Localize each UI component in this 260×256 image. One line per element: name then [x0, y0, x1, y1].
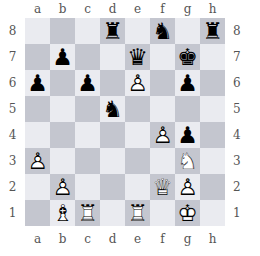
square-d8[interactable]: ♜: [100, 18, 125, 44]
file-label-bottom-e: e: [125, 232, 150, 256]
file-label-top-b: b: [50, 0, 75, 18]
square-c2[interactable]: [75, 174, 100, 200]
file-label-bottom-b: b: [50, 232, 75, 256]
square-e7[interactable]: ♛: [125, 44, 150, 70]
square-g3[interactable]: ♞♘: [175, 148, 200, 174]
square-f7[interactable]: [150, 44, 175, 70]
square-d4[interactable]: [100, 122, 125, 148]
square-b4[interactable]: [50, 122, 75, 148]
square-a1[interactable]: [25, 200, 50, 226]
square-g7[interactable]: ♚: [175, 44, 200, 70]
rank-label-right-4: 4: [225, 122, 260, 148]
square-a8[interactable]: [25, 18, 50, 44]
square-f3[interactable]: [150, 148, 175, 174]
white-piece-outline-layer: ♘: [175, 148, 200, 174]
white-piece-outline-layer: ♙: [175, 174, 200, 200]
square-c5[interactable]: [75, 96, 100, 122]
file-labels-top: abcdefgh: [0, 0, 260, 18]
rank-label-right-2: 2: [225, 174, 260, 200]
square-d2[interactable]: [100, 174, 125, 200]
rank-label-left-7: 7: [0, 44, 25, 70]
square-g4[interactable]: ♟: [175, 122, 200, 148]
square-e5[interactable]: [125, 96, 150, 122]
black-rook[interactable]: ♜: [200, 18, 225, 44]
black-knight[interactable]: ♞: [150, 18, 175, 44]
rank-labels-left: 87654321: [0, 18, 25, 226]
file-label-top-e: e: [125, 0, 150, 18]
white-piece-outline-layer: ♖: [125, 200, 150, 226]
rank-label-right-6: 6: [225, 70, 260, 96]
square-f1[interactable]: [150, 200, 175, 226]
rank-label-left-2: 2: [0, 174, 25, 200]
square-c7[interactable]: [75, 44, 100, 70]
file-label-top-f: f: [150, 0, 175, 18]
square-b3[interactable]: [50, 148, 75, 174]
white-pawn[interactable]: ♟♙: [150, 122, 175, 148]
rank-label-left-3: 3: [0, 148, 25, 174]
square-e2[interactable]: [125, 174, 150, 200]
white-pawn[interactable]: ♟♙: [25, 148, 50, 174]
square-a6[interactable]: ♟: [25, 70, 50, 96]
white-king[interactable]: ♚♔: [175, 200, 200, 226]
white-piece-outline-layer: ♙: [125, 70, 150, 96]
white-queen[interactable]: ♛♕: [150, 174, 175, 200]
square-h1[interactable]: [200, 200, 225, 226]
white-pawn[interactable]: ♟♙: [175, 174, 200, 200]
file-label-top-h: h: [200, 0, 225, 18]
square-h4[interactable]: [200, 122, 225, 148]
square-g1[interactable]: ♚♔: [175, 200, 200, 226]
white-piece-outline-layer: ♔: [175, 200, 200, 226]
rank-label-left-8: 8: [0, 18, 25, 44]
square-g5[interactable]: [175, 96, 200, 122]
square-f8[interactable]: ♞: [150, 18, 175, 44]
square-b5[interactable]: [50, 96, 75, 122]
square-d5[interactable]: ♞: [100, 96, 125, 122]
square-e8[interactable]: [125, 18, 150, 44]
square-b7[interactable]: ♟: [50, 44, 75, 70]
file-labels-bottom: abcdefgh: [0, 226, 260, 256]
black-pawn[interactable]: ♟: [175, 122, 200, 148]
white-piece-outline-layer: ♕: [150, 174, 175, 200]
file-label-bottom-d: d: [100, 232, 125, 256]
square-a2[interactable]: [25, 174, 50, 200]
square-g2[interactable]: ♟♙: [175, 174, 200, 200]
black-queen[interactable]: ♛: [125, 44, 150, 70]
square-a5[interactable]: [25, 96, 50, 122]
rank-label-left-6: 6: [0, 70, 25, 96]
chess-board: ♜♞♜♟♛♚♟♟♟♙♟♞♟♙♟♟♙♞♘♟♙♛♕♟♙♝♗♜♖♜♖♚♔: [25, 18, 225, 226]
file-label-bottom-g: g: [175, 232, 200, 256]
square-g6[interactable]: ♟: [175, 70, 200, 96]
white-pawn[interactable]: ♟♙: [50, 174, 75, 200]
file-label-bottom-h: h: [200, 232, 225, 256]
square-a4[interactable]: [25, 122, 50, 148]
black-knight[interactable]: ♞: [100, 96, 125, 122]
black-king[interactable]: ♚: [175, 44, 200, 70]
board-middle-band: 87654321 ♜♞♜♟♛♚♟♟♟♙♟♞♟♙♟♟♙♞♘♟♙♛♕♟♙♝♗♜♖♜♖…: [0, 18, 260, 226]
square-f5[interactable]: [150, 96, 175, 122]
square-e1[interactable]: ♜♖: [125, 200, 150, 226]
white-piece-outline-layer: ♖: [75, 200, 100, 226]
rank-label-right-5: 5: [225, 96, 260, 122]
square-h7[interactable]: [200, 44, 225, 70]
square-g8[interactable]: [175, 18, 200, 44]
black-pawn[interactable]: ♟: [75, 70, 100, 96]
file-label-bottom-c: c: [75, 232, 100, 256]
square-b1[interactable]: ♝♗: [50, 200, 75, 226]
square-c3[interactable]: [75, 148, 100, 174]
square-h2[interactable]: [200, 174, 225, 200]
rank-label-right-3: 3: [225, 148, 260, 174]
square-c4[interactable]: [75, 122, 100, 148]
white-piece-outline-layer: ♙: [25, 148, 50, 174]
rank-label-right-1: 1: [225, 200, 260, 226]
square-h8[interactable]: ♜: [200, 18, 225, 44]
square-h3[interactable]: [200, 148, 225, 174]
file-label-bottom-a: a: [25, 232, 50, 256]
file-label-top-c: c: [75, 0, 100, 18]
white-bishop[interactable]: ♝♗: [50, 200, 75, 226]
black-pawn[interactable]: ♟: [50, 44, 75, 70]
square-e6[interactable]: ♟♙: [125, 70, 150, 96]
file-label-top-g: g: [175, 0, 200, 18]
rank-label-left-5: 5: [0, 96, 25, 122]
white-rook[interactable]: ♜♖: [75, 200, 100, 226]
square-c8[interactable]: [75, 18, 100, 44]
rank-label-right-7: 7: [225, 44, 260, 70]
rank-labels-right: 87654321: [225, 18, 260, 226]
square-a3[interactable]: ♟♙: [25, 148, 50, 174]
rank-label-left-1: 1: [0, 200, 25, 226]
black-pawn[interactable]: ♟: [25, 70, 50, 96]
square-f4[interactable]: ♟♙: [150, 122, 175, 148]
chessboard-frame: abcdefgh 87654321 ♜♞♜♟♛♚♟♟♟♙♟♞♟♙♟♟♙♞♘♟♙♛…: [0, 0, 260, 256]
black-pawn[interactable]: ♟: [175, 70, 200, 96]
square-e3[interactable]: [125, 148, 150, 174]
black-rook[interactable]: ♜: [100, 18, 125, 44]
square-b2[interactable]: ♟♙: [50, 174, 75, 200]
square-b6[interactable]: [50, 70, 75, 96]
file-label-top-d: d: [100, 0, 125, 18]
square-h6[interactable]: [200, 70, 225, 96]
white-knight[interactable]: ♞♘: [175, 148, 200, 174]
white-pawn[interactable]: ♟♙: [125, 70, 150, 96]
square-a7[interactable]: [25, 44, 50, 70]
white-rook[interactable]: ♜♖: [125, 200, 150, 226]
square-e4[interactable]: [125, 122, 150, 148]
file-label-top-a: a: [25, 0, 50, 18]
white-piece-outline-layer: ♗: [50, 200, 75, 226]
rank-label-left-4: 4: [0, 122, 25, 148]
square-d3[interactable]: [100, 148, 125, 174]
square-f2[interactable]: ♛♕: [150, 174, 175, 200]
white-piece-outline-layer: ♙: [150, 122, 175, 148]
square-b8[interactable]: [50, 18, 75, 44]
white-piece-outline-layer: ♙: [50, 174, 75, 200]
square-f6[interactable]: [150, 70, 175, 96]
square-d6[interactable]: [100, 70, 125, 96]
square-d7[interactable]: [100, 44, 125, 70]
file-label-bottom-f: f: [150, 232, 175, 256]
rank-label-right-8: 8: [225, 18, 260, 44]
square-h5[interactable]: [200, 96, 225, 122]
square-d1[interactable]: [100, 200, 125, 226]
square-c6[interactable]: ♟: [75, 70, 100, 96]
square-c1[interactable]: ♜♖: [75, 200, 100, 226]
